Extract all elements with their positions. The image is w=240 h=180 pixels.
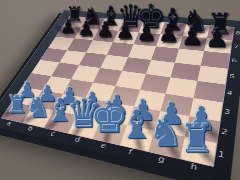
piece-black-pawn-a7[interactable]: ♟ — [60, 18, 76, 36]
piece-black-pawn-g7[interactable]: ♟ — [181, 24, 203, 49]
piece-black-pawn-d7[interactable]: ♟ — [116, 21, 135, 42]
chess-3d-scene: abcdefgh 87654321 ♜♞♝♛♚♝♞♜♟♟♟♟♟♟♟♟♟♟♟♟♟♟… — [0, 0, 240, 180]
piece-white-knight-g1[interactable]: ♞ — [148, 112, 183, 151]
pieces-layer: ♜♞♝♛♚♝♞♜♟♟♟♟♟♟♟♟♟♟♟♟♟♟♟♟♜♞♝♛♚♝♞♜ — [0, 0, 240, 180]
piece-black-pawn-f7[interactable]: ♟ — [158, 23, 179, 47]
piece-black-pawn-b7[interactable]: ♟ — [78, 19, 95, 38]
piece-black-pawn-c7[interactable]: ♟ — [96, 20, 114, 40]
piece-black-pawn-h7[interactable]: ♟ — [205, 25, 229, 52]
piece-black-pawn-e7[interactable]: ♟ — [136, 22, 156, 44]
piece-white-rook-h1[interactable]: ♜ — [180, 120, 215, 159]
